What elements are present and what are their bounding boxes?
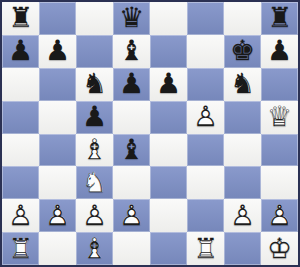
square-c7[interactable] [76,35,113,68]
square-d6[interactable] [113,68,150,101]
square-h7[interactable] [261,35,298,68]
black-pawn-piece[interactable] [2,35,39,68]
square-h6[interactable] [261,68,298,101]
square-g3[interactable] [224,166,261,199]
square-g6[interactable] [224,68,261,101]
square-a8[interactable] [2,2,39,35]
square-g2[interactable] [224,199,261,232]
square-d4[interactable] [113,134,150,167]
square-b8[interactable] [39,2,76,35]
white-pawn-piece[interactable] [187,101,224,134]
black-rook-piece[interactable] [2,2,39,35]
square-d1[interactable] [113,232,150,265]
white-bishop-piece[interactable] [76,232,113,265]
square-e2[interactable] [150,199,187,232]
square-c2[interactable] [76,199,113,232]
square-a1[interactable] [2,232,39,265]
square-a2[interactable] [2,199,39,232]
square-a7[interactable] [2,35,39,68]
black-pawn-piece[interactable] [76,101,113,134]
square-c6[interactable] [76,68,113,101]
black-bishop-piece[interactable] [113,35,150,68]
square-h4[interactable] [261,134,298,167]
square-d2[interactable] [113,199,150,232]
square-f3[interactable] [187,166,224,199]
white-pawn-piece[interactable] [113,199,150,232]
black-knight-piece[interactable] [224,68,261,101]
square-e6[interactable] [150,68,187,101]
square-g4[interactable] [224,134,261,167]
white-pawn-piece[interactable] [261,199,298,232]
square-h3[interactable] [261,166,298,199]
square-f5[interactable] [187,101,224,134]
square-b4[interactable] [39,134,76,167]
white-pawn-piece[interactable] [76,199,113,232]
square-e4[interactable] [150,134,187,167]
square-a5[interactable] [2,101,39,134]
square-e8[interactable] [150,2,187,35]
square-e5[interactable] [150,101,187,134]
square-d5[interactable] [113,101,150,134]
square-d3[interactable] [113,166,150,199]
black-pawn-piece[interactable] [113,68,150,101]
black-pawn-piece[interactable] [261,35,298,68]
square-f1[interactable] [187,232,224,265]
square-h5[interactable] [261,101,298,134]
black-pawn-piece[interactable] [150,68,187,101]
square-a3[interactable] [2,166,39,199]
square-g1[interactable] [224,232,261,265]
square-a6[interactable] [2,68,39,101]
black-bishop-piece[interactable] [113,134,150,167]
square-b5[interactable] [39,101,76,134]
black-rook-piece[interactable] [261,2,298,35]
square-c8[interactable] [76,2,113,35]
square-d7[interactable] [113,35,150,68]
square-f7[interactable] [187,35,224,68]
square-h1[interactable] [261,232,298,265]
square-b7[interactable] [39,35,76,68]
square-g8[interactable] [224,2,261,35]
square-h8[interactable] [261,2,298,35]
square-b6[interactable] [39,68,76,101]
white-rook-piece[interactable] [187,232,224,265]
board-frame [0,0,300,267]
black-knight-piece[interactable] [76,68,113,101]
white-pawn-piece[interactable] [2,199,39,232]
white-knight-piece[interactable] [76,166,113,199]
white-pawn-piece[interactable] [39,199,76,232]
square-a4[interactable] [2,134,39,167]
chess-board [2,2,298,265]
white-rook-piece[interactable] [2,232,39,265]
square-f4[interactable] [187,134,224,167]
white-pawn-piece[interactable] [224,199,261,232]
white-bishop-piece[interactable] [76,134,113,167]
square-c5[interactable] [76,101,113,134]
black-king-piece[interactable] [224,35,261,68]
square-g5[interactable] [224,101,261,134]
square-b2[interactable] [39,199,76,232]
square-b1[interactable] [39,232,76,265]
square-c4[interactable] [76,134,113,167]
square-f2[interactable] [187,199,224,232]
white-queen-piece[interactable] [261,101,298,134]
square-d8[interactable] [113,2,150,35]
square-e1[interactable] [150,232,187,265]
square-f6[interactable] [187,68,224,101]
black-queen-piece[interactable] [113,2,150,35]
square-e7[interactable] [150,35,187,68]
square-c1[interactable] [76,232,113,265]
square-f8[interactable] [187,2,224,35]
square-e3[interactable] [150,166,187,199]
square-b3[interactable] [39,166,76,199]
square-g7[interactable] [224,35,261,68]
white-king-piece[interactable] [261,232,298,265]
black-pawn-piece[interactable] [39,35,76,68]
square-c3[interactable] [76,166,113,199]
square-h2[interactable] [261,199,298,232]
